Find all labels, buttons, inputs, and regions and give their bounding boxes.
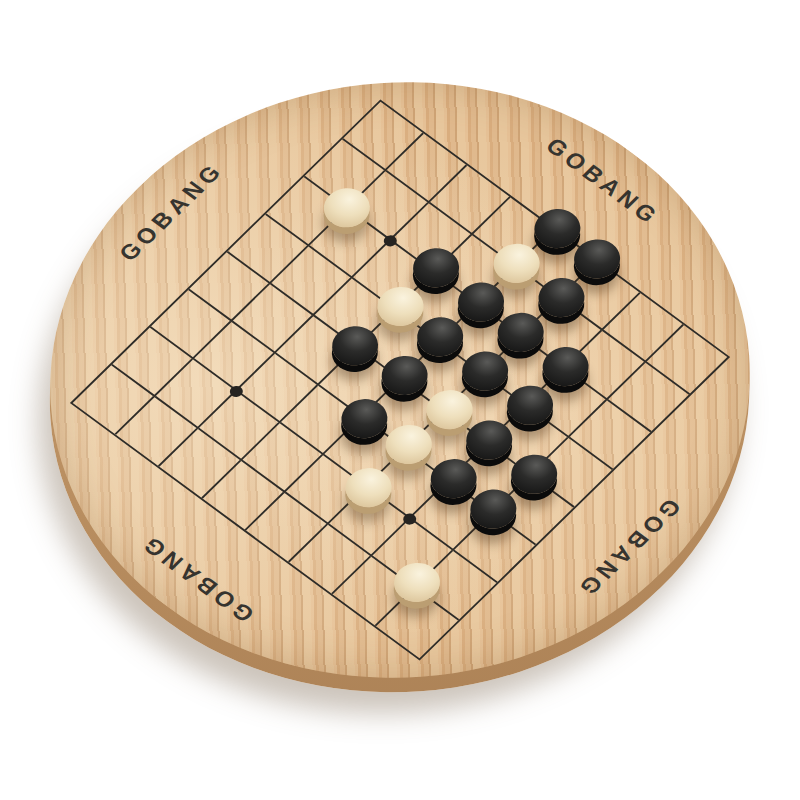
board-perspective-wrapper: GOBANG GOBANG GOBANG GOBANG [0,0,800,800]
product-photo-scene: GOBANG GOBANG GOBANG GOBANG [0,0,800,800]
board-title-gobang-right: GOBANG [571,494,687,602]
board-title-gobang-left: GOBANG [113,157,229,265]
board-title-gobang-bottom: GOBANG [134,530,260,627]
